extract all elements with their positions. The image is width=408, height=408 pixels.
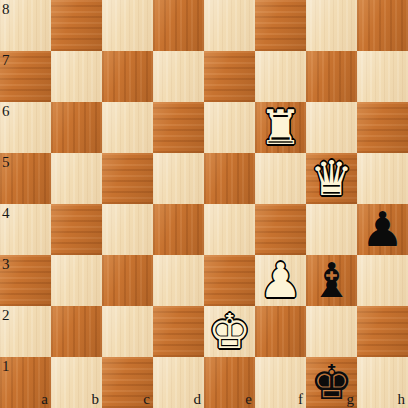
- square-a4[interactable]: 4: [0, 204, 51, 255]
- square-f3[interactable]: ♟: [255, 255, 306, 306]
- square-h3[interactable]: [357, 255, 408, 306]
- square-g1[interactable]: ♚g: [306, 357, 357, 408]
- file-label-a: a: [41, 392, 48, 407]
- square-c8[interactable]: [102, 0, 153, 51]
- square-g4[interactable]: [306, 204, 357, 255]
- square-b6[interactable]: [51, 102, 102, 153]
- white-rook-f6[interactable]: ♜: [259, 102, 302, 153]
- square-b2[interactable]: [51, 306, 102, 357]
- square-b3[interactable]: [51, 255, 102, 306]
- rank-label-4: 4: [2, 206, 10, 221]
- chess-board: 876♜5♛4♟3♟♝2♚1abcdef♚gh: [0, 0, 408, 408]
- rank-label-1: 1: [2, 359, 10, 374]
- square-c4[interactable]: [102, 204, 153, 255]
- square-f7[interactable]: [255, 51, 306, 102]
- white-king-e2[interactable]: ♚: [208, 306, 251, 357]
- square-b8[interactable]: [51, 0, 102, 51]
- rank-label-3: 3: [2, 257, 10, 272]
- square-b1[interactable]: b: [51, 357, 102, 408]
- square-h8[interactable]: [357, 0, 408, 51]
- file-label-d: d: [194, 392, 202, 407]
- black-bishop-g3[interactable]: ♝: [310, 255, 353, 306]
- file-label-c: c: [143, 392, 150, 407]
- square-f8[interactable]: [255, 0, 306, 51]
- file-label-e: e: [245, 392, 252, 407]
- rank-label-2: 2: [2, 308, 10, 323]
- square-a6[interactable]: 6: [0, 102, 51, 153]
- square-e8[interactable]: [204, 0, 255, 51]
- square-a8[interactable]: 8: [0, 0, 51, 51]
- white-queen-g5[interactable]: ♛: [310, 153, 353, 204]
- file-label-f: f: [298, 392, 303, 407]
- square-h5[interactable]: [357, 153, 408, 204]
- square-h1[interactable]: h: [357, 357, 408, 408]
- square-d3[interactable]: [153, 255, 204, 306]
- square-d6[interactable]: [153, 102, 204, 153]
- square-f4[interactable]: [255, 204, 306, 255]
- square-e5[interactable]: [204, 153, 255, 204]
- square-e1[interactable]: e: [204, 357, 255, 408]
- square-f6[interactable]: ♜: [255, 102, 306, 153]
- file-label-h: h: [398, 392, 406, 407]
- square-h4[interactable]: ♟: [357, 204, 408, 255]
- square-a3[interactable]: 3: [0, 255, 51, 306]
- square-e7[interactable]: [204, 51, 255, 102]
- square-c1[interactable]: c: [102, 357, 153, 408]
- square-b5[interactable]: [51, 153, 102, 204]
- square-a7[interactable]: 7: [0, 51, 51, 102]
- square-e2[interactable]: ♚: [204, 306, 255, 357]
- square-c5[interactable]: [102, 153, 153, 204]
- square-h7[interactable]: [357, 51, 408, 102]
- square-g3[interactable]: ♝: [306, 255, 357, 306]
- rank-label-7: 7: [2, 53, 10, 68]
- white-pawn-f3[interactable]: ♟: [259, 255, 302, 306]
- square-e6[interactable]: [204, 102, 255, 153]
- square-b4[interactable]: [51, 204, 102, 255]
- square-g8[interactable]: [306, 0, 357, 51]
- file-label-g: g: [347, 392, 355, 407]
- square-e4[interactable]: [204, 204, 255, 255]
- rank-label-5: 5: [2, 155, 10, 170]
- square-f2[interactable]: [255, 306, 306, 357]
- square-g6[interactable]: [306, 102, 357, 153]
- square-d2[interactable]: [153, 306, 204, 357]
- square-a1[interactable]: 1a: [0, 357, 51, 408]
- square-g2[interactable]: [306, 306, 357, 357]
- rank-label-8: 8: [2, 2, 10, 17]
- square-d5[interactable]: [153, 153, 204, 204]
- square-f1[interactable]: f: [255, 357, 306, 408]
- square-h2[interactable]: [357, 306, 408, 357]
- square-d1[interactable]: d: [153, 357, 204, 408]
- square-d8[interactable]: [153, 0, 204, 51]
- square-a5[interactable]: 5: [0, 153, 51, 204]
- square-e3[interactable]: [204, 255, 255, 306]
- square-d4[interactable]: [153, 204, 204, 255]
- black-pawn-h4[interactable]: ♟: [361, 204, 404, 255]
- square-b7[interactable]: [51, 51, 102, 102]
- square-a2[interactable]: 2: [0, 306, 51, 357]
- square-h6[interactable]: [357, 102, 408, 153]
- rank-label-6: 6: [2, 104, 10, 119]
- square-c2[interactable]: [102, 306, 153, 357]
- square-c7[interactable]: [102, 51, 153, 102]
- square-d7[interactable]: [153, 51, 204, 102]
- square-f5[interactable]: [255, 153, 306, 204]
- file-label-b: b: [92, 392, 100, 407]
- square-c6[interactable]: [102, 102, 153, 153]
- square-g5[interactable]: ♛: [306, 153, 357, 204]
- square-g7[interactable]: [306, 51, 357, 102]
- square-c3[interactable]: [102, 255, 153, 306]
